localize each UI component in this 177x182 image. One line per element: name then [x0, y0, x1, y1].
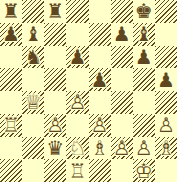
piece-glyph: ♟ [113, 23, 131, 46]
square-e8[interactable] [89, 0, 111, 23]
square-b7[interactable]: ♝♝ [22, 23, 44, 46]
square-b2[interactable] [22, 137, 44, 160]
square-h7[interactable] [155, 23, 177, 46]
piece-glyph: ♟ [2, 23, 20, 46]
square-g4[interactable] [133, 91, 155, 114]
piece-glyph: ♟ [91, 68, 109, 91]
square-e7[interactable] [89, 23, 111, 46]
square-h2[interactable]: ♝♗ [155, 137, 177, 160]
piece-glyph: ♗ [157, 137, 175, 160]
square-f8[interactable] [111, 0, 133, 23]
square-e4[interactable] [89, 91, 111, 114]
square-f1[interactable] [111, 159, 133, 182]
square-c6[interactable] [44, 46, 66, 69]
piece-glyph: ♟ [68, 46, 86, 69]
piece-black-bishop[interactable]: ♝♝ [133, 23, 155, 45]
piece-white-bishop[interactable]: ♝♗ [89, 137, 111, 159]
piece-glyph: ♚ [135, 0, 153, 23]
piece-white-pawn[interactable]: ♟♙ [133, 137, 155, 159]
square-f4[interactable] [111, 91, 133, 114]
piece-white-pawn[interactable]: ♟♙ [44, 114, 66, 136]
square-c1[interactable] [44, 159, 66, 182]
piece-glyph: ♙ [68, 91, 86, 114]
square-h3[interactable]: ♟♙ [155, 114, 177, 137]
piece-glyph: ♖ [68, 159, 86, 182]
square-c2[interactable]: ♛♛ [44, 137, 66, 160]
square-a4[interactable] [0, 91, 22, 114]
square-f2[interactable]: ♟♙ [111, 137, 133, 160]
square-b5[interactable] [22, 68, 44, 91]
square-a1[interactable] [0, 159, 22, 182]
square-d5[interactable] [66, 68, 88, 91]
piece-black-pawn[interactable]: ♟♟ [0, 23, 22, 45]
piece-white-king[interactable]: ♚♔ [133, 160, 155, 182]
piece-glyph: ♙ [135, 137, 153, 160]
square-b1[interactable] [22, 159, 44, 182]
square-g7[interactable]: ♝♝ [133, 23, 155, 46]
piece-white-bishop[interactable]: ♝♗ [155, 137, 177, 159]
square-a8[interactable]: ♜♜ [0, 0, 22, 23]
piece-white-rook[interactable]: ♜♖ [0, 114, 22, 136]
piece-glyph: ♜ [2, 0, 20, 23]
square-g3[interactable] [133, 114, 155, 137]
piece-glyph: ♝ [135, 23, 153, 46]
square-b3[interactable] [22, 114, 44, 137]
square-d7[interactable] [66, 23, 88, 46]
square-d6[interactable]: ♟♟ [66, 46, 88, 69]
square-d2[interactable]: ♞♘ [66, 137, 88, 160]
square-f5[interactable] [111, 68, 133, 91]
square-c7[interactable] [44, 23, 66, 46]
square-g5[interactable] [133, 68, 155, 91]
piece-black-rook[interactable]: ♜♜ [0, 0, 22, 22]
square-d3[interactable] [66, 114, 88, 137]
piece-white-pawn[interactable]: ♟♙ [89, 114, 111, 136]
piece-black-rook[interactable]: ♜♜ [44, 0, 66, 22]
piece-glyph: ♟ [135, 46, 153, 69]
piece-white-knight[interactable]: ♞♘ [66, 137, 88, 159]
square-b8[interactable] [22, 0, 44, 23]
square-h8[interactable] [155, 0, 177, 23]
piece-black-queen[interactable]: ♛♛ [44, 137, 66, 159]
piece-black-pawn[interactable]: ♟♟ [111, 23, 133, 45]
piece-white-rook[interactable]: ♜♖ [66, 160, 88, 182]
square-h6[interactable] [155, 46, 177, 69]
piece-glyph: ♘ [68, 137, 86, 160]
piece-glyph: ♗ [91, 137, 109, 160]
square-h4[interactable] [155, 91, 177, 114]
piece-glyph: ♝ [24, 23, 42, 46]
piece-black-pawn[interactable]: ♟♟ [133, 46, 155, 68]
piece-white-queen[interactable]: ♛♕ [22, 91, 44, 113]
square-e6[interactable] [89, 46, 111, 69]
square-g2[interactable]: ♟♙ [133, 137, 155, 160]
piece-glyph: ♙ [46, 114, 64, 137]
piece-glyph: ♕ [24, 91, 42, 114]
square-f6[interactable] [111, 46, 133, 69]
piece-glyph: ♜ [46, 0, 64, 23]
piece-white-pawn[interactable]: ♟♙ [155, 114, 177, 136]
piece-black-pawn[interactable]: ♟♟ [155, 69, 177, 91]
piece-glyph: ♞ [24, 46, 42, 69]
square-d4[interactable]: ♟♙ [66, 91, 88, 114]
piece-glyph: ♔ [135, 159, 153, 182]
square-g8[interactable]: ♚♚ [133, 0, 155, 23]
piece-white-pawn[interactable]: ♟♙ [111, 137, 133, 159]
square-a7[interactable]: ♟♟ [0, 23, 22, 46]
square-e5[interactable]: ♟♟ [89, 68, 111, 91]
square-f7[interactable]: ♟♟ [111, 23, 133, 46]
square-f3[interactable] [111, 114, 133, 137]
piece-glyph: ♙ [91, 114, 109, 137]
square-a2[interactable] [0, 137, 22, 160]
square-h1[interactable] [155, 159, 177, 182]
piece-glyph: ♟ [157, 68, 175, 91]
piece-black-pawn[interactable]: ♟♟ [66, 46, 88, 68]
square-d8[interactable] [66, 0, 88, 23]
square-g6[interactable]: ♟♟ [133, 46, 155, 69]
piece-glyph: ♙ [113, 137, 131, 160]
square-b4[interactable]: ♛♕ [22, 91, 44, 114]
square-c8[interactable]: ♜♜ [44, 0, 66, 23]
piece-glyph: ♖ [2, 114, 20, 137]
piece-glyph: ♙ [157, 114, 175, 137]
piece-black-pawn[interactable]: ♟♟ [89, 69, 111, 91]
square-h5[interactable]: ♟♟ [155, 68, 177, 91]
square-c5[interactable] [44, 68, 66, 91]
square-a3[interactable]: ♜♖ [0, 114, 22, 137]
piece-glyph: ♛ [46, 137, 64, 160]
square-e2[interactable]: ♝♗ [89, 137, 111, 160]
piece-black-knight[interactable]: ♞♞ [22, 46, 44, 68]
piece-black-king[interactable]: ♚♚ [133, 0, 155, 22]
piece-white-pawn[interactable]: ♟♙ [66, 91, 88, 113]
piece-black-bishop[interactable]: ♝♝ [22, 23, 44, 45]
square-a6[interactable] [0, 46, 22, 69]
square-b6[interactable]: ♞♞ [22, 46, 44, 69]
chess-board: ♜♜♜♜♚♚♟♟♝♝♟♟♝♝♞♞♟♟♟♟♟♟♟♟♛♕♟♙♜♖♟♙♟♙♟♙♛♛♞♘… [0, 0, 177, 182]
square-e3[interactable]: ♟♙ [89, 114, 111, 137]
square-d1[interactable]: ♜♖ [66, 159, 88, 182]
square-c4[interactable] [44, 91, 66, 114]
square-a5[interactable] [0, 68, 22, 91]
square-e1[interactable] [89, 159, 111, 182]
square-c3[interactable]: ♟♙ [44, 114, 66, 137]
square-g1[interactable]: ♚♔ [133, 159, 155, 182]
